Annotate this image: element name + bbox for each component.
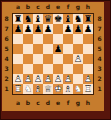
file-label-g: g (73, 98, 83, 108)
file-label-e: e (53, 98, 63, 108)
corner-top-left (2, 2, 11, 12)
chess-diagram-window: abcdefgh 87654321 ♜♞♝♛♚♝♞♜♟♟♟♟♟♟♟♟♟♙♟♙♟♙… (0, 0, 111, 120)
piece-black-rook: ♜ (13, 14, 23, 24)
rank-label-7: 7 (95, 24, 105, 34)
square-a8[interactable]: ♜ (13, 14, 23, 24)
square-f7[interactable]: ♟ (63, 24, 73, 34)
piece-white-bishop: ♝♗ (33, 84, 43, 94)
piece-white-knight: ♞♘ (73, 84, 83, 94)
file-label-h: h (83, 98, 93, 108)
piece-black-pawn: ♟ (83, 24, 93, 34)
file-label-g: g (73, 2, 83, 12)
corner-bottom-right (95, 96, 104, 111)
square-d8[interactable]: ♛ (43, 14, 53, 24)
square-e1[interactable]: ♚♔ (53, 84, 63, 94)
rank-label-5: 5 (2, 44, 12, 54)
square-f3[interactable] (63, 64, 73, 74)
square-c6[interactable] (33, 34, 43, 44)
rank-label-8: 8 (95, 14, 105, 24)
file-label-a: a (13, 2, 23, 12)
square-c4[interactable] (33, 54, 43, 64)
rank-labels-right: 87654321 (95, 12, 104, 96)
piece-black-knight: ♞ (73, 14, 83, 24)
square-d2[interactable]: ♟♙ (43, 74, 53, 84)
square-h6[interactable] (83, 34, 93, 44)
piece-black-pawn: ♟ (43, 24, 53, 34)
square-h3[interactable] (83, 64, 93, 74)
piece-white-king: ♚♔ (53, 84, 63, 94)
piece-white-rook: ♜♖ (13, 84, 23, 94)
file-label-c: c (33, 2, 43, 12)
square-f2[interactable]: ♟♙ (63, 74, 73, 84)
corner-top-right (95, 2, 104, 12)
piece-white-pawn: ♟♙ (53, 74, 63, 84)
square-b3[interactable] (23, 64, 33, 74)
rank-labels-left: 87654321 (2, 12, 11, 96)
piece-black-pawn: ♟ (33, 24, 43, 34)
square-g4[interactable]: ♟♙ (73, 54, 83, 64)
piece-white-knight: ♞♘ (23, 84, 33, 94)
piece-white-pawn: ♟♙ (13, 74, 23, 84)
square-g5[interactable] (73, 44, 83, 54)
piece-white-queen: ♛♕ (43, 84, 53, 94)
file-label-f: f (63, 2, 73, 12)
piece-white-pawn: ♟♙ (23, 74, 33, 84)
rank-label-3: 3 (95, 64, 105, 74)
square-c5[interactable] (33, 44, 43, 54)
piece-black-bishop: ♝ (33, 14, 43, 24)
file-label-b: b (23, 98, 33, 108)
square-d6[interactable] (43, 34, 53, 44)
square-e6[interactable] (53, 34, 63, 44)
square-a6[interactable] (13, 34, 23, 44)
rank-label-1: 1 (95, 84, 105, 94)
square-g2[interactable] (73, 74, 83, 84)
square-b7[interactable]: ♟ (23, 24, 33, 34)
square-h1[interactable]: ♜♖ (83, 84, 93, 94)
rank-label-3: 3 (2, 64, 12, 74)
square-b5[interactable] (23, 44, 33, 54)
rank-label-6: 6 (2, 34, 12, 44)
piece-white-pawn: ♟♙ (73, 54, 83, 64)
square-a7[interactable]: ♟ (13, 24, 23, 34)
piece-white-rook: ♜♖ (83, 84, 93, 94)
square-d4[interactable] (43, 54, 53, 64)
square-d3[interactable] (43, 64, 53, 74)
square-b1[interactable]: ♞♘ (23, 84, 33, 94)
square-f6[interactable] (63, 34, 73, 44)
square-d1[interactable]: ♛♕ (43, 84, 53, 94)
piece-black-pawn: ♟ (23, 24, 33, 34)
square-e2[interactable]: ♟♙ (53, 74, 63, 84)
square-a1[interactable]: ♜♖ (13, 84, 23, 94)
square-g7[interactable]: ♟ (73, 24, 83, 34)
square-f8[interactable]: ♝ (63, 14, 73, 24)
square-d5[interactable] (43, 44, 53, 54)
square-h7[interactable]: ♟ (83, 24, 93, 34)
rank-label-8: 8 (2, 14, 12, 24)
square-b8[interactable]: ♞ (23, 14, 33, 24)
square-e7[interactable] (53, 24, 63, 34)
square-a5[interactable] (13, 44, 23, 54)
rank-label-2: 2 (2, 74, 12, 84)
square-g1[interactable]: ♞♘ (73, 84, 83, 94)
rank-label-4: 4 (95, 54, 105, 64)
piece-white-pawn: ♟♙ (83, 74, 93, 84)
square-c1[interactable]: ♝♗ (33, 84, 43, 94)
piece-black-knight: ♞ (23, 14, 33, 24)
square-g8[interactable]: ♞ (73, 14, 83, 24)
square-d7[interactable]: ♟ (43, 24, 53, 34)
square-e8[interactable]: ♚ (53, 14, 63, 24)
square-h2[interactable]: ♟♙ (83, 74, 93, 84)
file-labels-top: abcdefgh (11, 2, 95, 12)
square-f4[interactable] (63, 54, 73, 64)
file-label-d: d (43, 98, 53, 108)
square-f1[interactable]: ♝♗ (63, 84, 73, 94)
square-b6[interactable] (23, 34, 33, 44)
piece-white-pawn: ♟♙ (33, 74, 43, 84)
file-label-c: c (33, 98, 43, 108)
square-g3[interactable] (73, 64, 83, 74)
square-f5[interactable] (63, 44, 73, 54)
corner-bottom-left (2, 96, 11, 111)
piece-white-pawn: ♟♙ (63, 74, 73, 84)
piece-black-pawn: ♟ (53, 44, 63, 54)
file-label-b: b (23, 2, 33, 12)
rank-label-7: 7 (2, 24, 12, 34)
piece-black-bishop: ♝ (63, 14, 73, 24)
file-label-a: a (13, 98, 23, 108)
file-label-h: h (83, 2, 93, 12)
square-c7[interactable]: ♟ (33, 24, 43, 34)
square-c2[interactable]: ♟♙ (33, 74, 43, 84)
piece-black-pawn: ♟ (73, 24, 83, 34)
rank-label-4: 4 (2, 54, 12, 64)
piece-black-pawn: ♟ (13, 24, 23, 34)
square-h5[interactable] (83, 44, 93, 54)
rank-label-2: 2 (95, 74, 105, 84)
square-a3[interactable] (13, 64, 23, 74)
square-h4[interactable] (83, 54, 93, 64)
square-g6[interactable] (73, 34, 83, 44)
square-b4[interactable] (23, 54, 33, 64)
square-c3[interactable] (33, 64, 43, 74)
piece-white-pawn: ♟♙ (43, 74, 53, 84)
board-frame: abcdefgh 87654321 ♜♞♝♛♚♝♞♜♟♟♟♟♟♟♟♟♟♙♟♙♟♙… (2, 2, 104, 111)
file-labels-bottom: abcdefgh (11, 96, 95, 111)
rank-label-1: 1 (2, 84, 12, 94)
square-e4[interactable] (53, 54, 63, 64)
piece-white-bishop: ♝♗ (63, 84, 73, 94)
piece-black-rook: ♜ (83, 14, 93, 24)
square-a4[interactable] (13, 54, 23, 64)
square-h8[interactable]: ♜ (83, 14, 93, 24)
piece-black-queen: ♛ (43, 14, 53, 24)
rank-label-6: 6 (95, 34, 105, 44)
square-b2[interactable]: ♟♙ (23, 74, 33, 84)
rank-label-5: 5 (95, 44, 105, 54)
file-label-e: e (53, 2, 63, 12)
square-a2[interactable]: ♟♙ (13, 74, 23, 84)
chess-board: ♜♞♝♛♚♝♞♜♟♟♟♟♟♟♟♟♟♙♟♙♟♙♟♙♟♙♟♙♟♙♟♙♜♖♞♘♝♗♛♕… (12, 13, 94, 95)
square-e3[interactable] (53, 64, 63, 74)
square-e5[interactable]: ♟ (53, 44, 63, 54)
file-label-f: f (63, 98, 73, 108)
piece-black-pawn: ♟ (63, 24, 73, 34)
square-c8[interactable]: ♝ (33, 14, 43, 24)
piece-black-king: ♚ (53, 14, 63, 24)
file-label-d: d (43, 2, 53, 12)
